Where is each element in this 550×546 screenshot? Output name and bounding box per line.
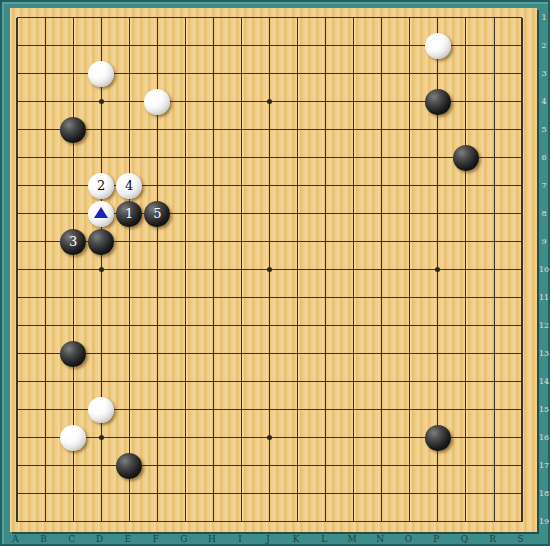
grid-line-vertical bbox=[494, 18, 495, 522]
go-diagram-frame: 24153 ABCDEFGHIJKLMNOPQRS123456789101112… bbox=[0, 0, 550, 546]
coord-letter-R: R bbox=[486, 535, 500, 544]
grid-line-horizontal bbox=[17, 381, 522, 382]
stone-black-C13 bbox=[60, 341, 86, 367]
coord-number-19: 19 bbox=[536, 518, 550, 526]
coord-letter-H: H bbox=[205, 535, 219, 544]
coord-number-4: 4 bbox=[536, 98, 550, 106]
coord-number-16: 16 bbox=[536, 434, 550, 442]
coord-letter-E: E bbox=[121, 535, 135, 544]
grid-line-vertical bbox=[521, 18, 523, 522]
coord-letter-I: I bbox=[233, 535, 247, 544]
grid-line-horizontal bbox=[17, 353, 522, 354]
coord-number-14: 14 bbox=[536, 378, 550, 386]
coord-number-12: 12 bbox=[536, 322, 550, 330]
coord-number-10: 10 bbox=[536, 266, 550, 274]
grid-line-vertical bbox=[353, 18, 354, 522]
stone-white-D3 bbox=[88, 61, 114, 87]
star-point bbox=[99, 267, 104, 272]
stone-white-F4 bbox=[144, 89, 170, 115]
coord-letter-C: C bbox=[65, 535, 79, 544]
star-point bbox=[267, 435, 272, 440]
coord-letter-Q: Q bbox=[457, 535, 471, 544]
move-number-label: 4 bbox=[125, 179, 133, 192]
grid-line-horizontal bbox=[17, 297, 522, 298]
coord-letter-G: G bbox=[177, 535, 191, 544]
move-number-label: 2 bbox=[97, 179, 105, 192]
stone-white-D8 bbox=[88, 201, 114, 227]
goban bbox=[10, 8, 537, 532]
coord-number-1: 1 bbox=[536, 14, 550, 22]
move-5-stone-black-F8: 5 bbox=[144, 201, 170, 227]
stone-white-C16 bbox=[60, 425, 86, 451]
coord-letter-A: A bbox=[9, 535, 23, 544]
coord-number-15: 15 bbox=[536, 406, 550, 414]
triangle-marker-icon bbox=[94, 207, 108, 218]
move-number-label: 1 bbox=[125, 207, 133, 220]
grid-line-vertical bbox=[381, 18, 382, 522]
coord-letter-D: D bbox=[93, 535, 107, 544]
coord-letter-F: F bbox=[149, 535, 163, 544]
move-number-label: 3 bbox=[69, 235, 77, 248]
stone-white-D15 bbox=[88, 397, 114, 423]
move-3-stone-black-C9: 3 bbox=[60, 229, 86, 255]
star-point bbox=[267, 99, 272, 104]
stone-black-Q6 bbox=[453, 145, 479, 171]
stone-black-D9 bbox=[88, 229, 114, 255]
coord-number-11: 11 bbox=[536, 294, 550, 302]
stone-black-P16 bbox=[425, 425, 451, 451]
star-point bbox=[267, 267, 272, 272]
grid-line-horizontal bbox=[17, 465, 522, 466]
coord-letter-O: O bbox=[401, 535, 415, 544]
stone-white-P2 bbox=[425, 33, 451, 59]
grid-line-horizontal bbox=[17, 521, 522, 523]
grid-line-vertical bbox=[297, 18, 298, 522]
coord-letter-P: P bbox=[429, 535, 443, 544]
grid-line-vertical bbox=[325, 18, 326, 522]
stone-black-P4 bbox=[425, 89, 451, 115]
coord-letter-S: S bbox=[514, 535, 528, 544]
star-point bbox=[99, 435, 104, 440]
coord-letter-M: M bbox=[345, 535, 359, 544]
coord-number-6: 6 bbox=[536, 154, 550, 162]
move-number-label: 5 bbox=[153, 207, 161, 220]
move-1-stone-black-E8: 1 bbox=[116, 201, 142, 227]
coord-number-9: 9 bbox=[536, 238, 550, 246]
coord-number-2: 2 bbox=[536, 42, 550, 50]
coord-number-13: 13 bbox=[536, 350, 550, 358]
coord-letter-J: J bbox=[261, 535, 275, 544]
move-4-stone-white-E7: 4 bbox=[116, 173, 142, 199]
coord-letter-L: L bbox=[317, 535, 331, 544]
coord-number-5: 5 bbox=[536, 126, 550, 134]
stone-black-C5 bbox=[60, 117, 86, 143]
coord-number-18: 18 bbox=[536, 490, 550, 498]
grid-line-horizontal bbox=[17, 325, 522, 326]
stone-black-E17 bbox=[116, 453, 142, 479]
coord-letter-B: B bbox=[37, 535, 51, 544]
coord-number-8: 8 bbox=[536, 210, 550, 218]
coord-letter-K: K bbox=[289, 535, 303, 544]
move-2-stone-white-D7: 2 bbox=[88, 173, 114, 199]
grid-line-vertical bbox=[465, 18, 466, 522]
coord-number-17: 17 bbox=[536, 462, 550, 470]
coord-number-7: 7 bbox=[536, 182, 550, 190]
grid-line-vertical bbox=[409, 18, 410, 522]
star-point bbox=[99, 99, 104, 104]
grid-line-horizontal bbox=[17, 493, 522, 494]
coord-number-3: 3 bbox=[536, 70, 550, 78]
coord-letter-N: N bbox=[373, 535, 387, 544]
